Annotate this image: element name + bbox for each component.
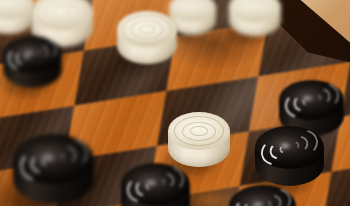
piece-top (168, 112, 230, 150)
black-piece (3, 36, 62, 88)
piece-top (117, 11, 177, 48)
black-piece (229, 185, 296, 206)
piece-top (13, 134, 94, 184)
white-piece (117, 11, 177, 64)
piece-highlight (37, 151, 59, 165)
piece-top (229, 185, 296, 206)
piece-top (279, 80, 344, 120)
checkers-photo (0, 0, 350, 206)
black-piece (255, 126, 324, 186)
black-piece (13, 134, 94, 204)
white-piece (229, 0, 281, 36)
piece-top (3, 36, 62, 73)
piece-highlight (21, 48, 37, 58)
piece-highlight (249, 199, 267, 206)
black-piece (121, 163, 190, 206)
piece-top (121, 163, 190, 206)
piece-top (255, 126, 324, 169)
white-piece (168, 112, 230, 167)
pieces-layer (0, 0, 350, 206)
